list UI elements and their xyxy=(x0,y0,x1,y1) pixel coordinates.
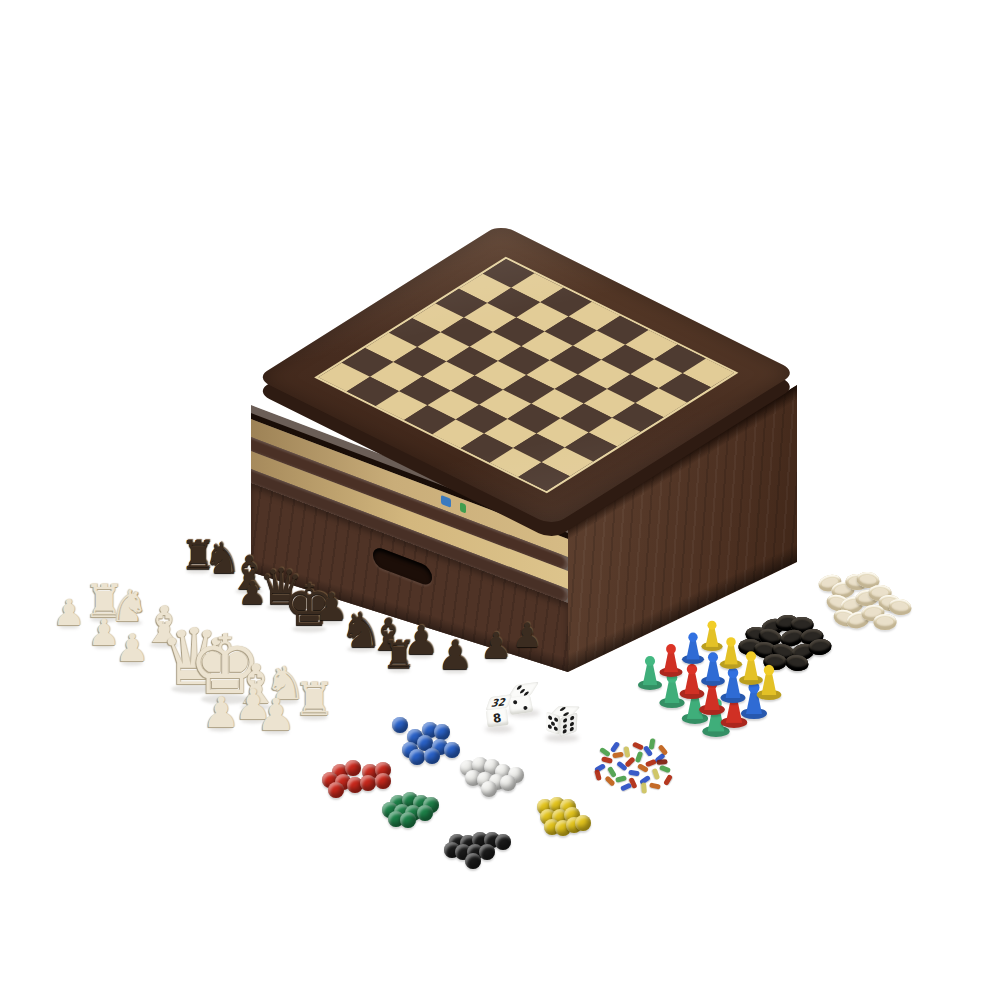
pawn-peg-green xyxy=(638,657,662,690)
marble-blue xyxy=(409,749,425,765)
marble-black xyxy=(479,844,495,860)
product-photo-scene: ♟♜♞♟♟♝♛♚♟♝♟♞♟♜♜♞♝♟♛♚♟♞♝♜♟♟♟♟328 xyxy=(0,0,1000,1000)
small-peg xyxy=(652,768,660,780)
die-pip xyxy=(548,715,552,720)
marble-white xyxy=(481,781,497,797)
small-peg xyxy=(635,751,643,763)
small-peg xyxy=(649,738,656,750)
peg-head xyxy=(688,633,697,642)
small-peg xyxy=(649,782,661,789)
peg-head xyxy=(687,664,697,674)
marble-white xyxy=(500,775,516,791)
peg-head xyxy=(764,665,774,675)
peg-head xyxy=(666,644,676,654)
die-pip xyxy=(551,721,555,726)
die-pip xyxy=(513,700,518,704)
die-right-face xyxy=(560,712,578,737)
small-peg xyxy=(610,741,620,753)
marble-yellow xyxy=(575,815,591,831)
peg-head xyxy=(645,656,655,666)
chess-piece-dark-pawn: ♟ xyxy=(512,618,542,652)
small-peg xyxy=(624,756,635,767)
marble-green xyxy=(417,805,433,821)
marble-black xyxy=(465,853,481,869)
die-pip xyxy=(554,717,558,722)
small-peg xyxy=(641,782,647,793)
small-peg xyxy=(632,741,644,750)
small-peg xyxy=(594,769,602,781)
game-pieces-layer: ♟♜♞♟♟♝♛♚♟♝♟♞♟♜♜♞♝♟♛♚♟♞♝♜♟♟♟♟328 xyxy=(0,0,1000,1000)
die-pip xyxy=(554,727,558,732)
doubling-cube-front-face: 8 xyxy=(486,708,509,727)
marble-blue xyxy=(444,742,460,758)
die-pip xyxy=(563,729,567,734)
chess-piece-white-pawn: ♟ xyxy=(53,595,85,631)
die-pip xyxy=(563,717,567,722)
marble-blue xyxy=(392,717,408,733)
chess-piece-dark-pawn: ♟ xyxy=(403,620,439,660)
doubling-cube: 328 xyxy=(484,695,514,730)
chess-piece-dark-pawn: ♟ xyxy=(437,635,473,675)
small-peg xyxy=(628,770,640,777)
pawn-peg-yellow xyxy=(757,666,782,700)
marble-blue xyxy=(434,724,450,740)
small-peg xyxy=(620,782,632,791)
die-pip xyxy=(570,715,574,720)
die-left-face xyxy=(546,711,561,734)
peg-head xyxy=(708,652,718,662)
chess-piece-dark-pawn: ♟ xyxy=(480,628,512,664)
checker-cream xyxy=(888,598,913,617)
peg-head xyxy=(728,667,739,678)
die-pip xyxy=(547,724,551,729)
die-pip xyxy=(570,727,574,732)
marble-red xyxy=(375,773,391,789)
marble-black xyxy=(495,834,511,850)
die-pip xyxy=(570,721,574,726)
die-2 xyxy=(543,705,580,740)
checker-cream xyxy=(874,614,897,630)
small-peg xyxy=(656,759,667,765)
small-peg xyxy=(612,752,624,759)
chess-piece-white-rook: ♜ xyxy=(293,676,334,722)
small-peg xyxy=(659,765,671,773)
marble-red xyxy=(360,775,376,791)
peg-head xyxy=(707,621,716,630)
marble-red xyxy=(328,782,344,798)
marble-green xyxy=(400,812,416,828)
die-pip xyxy=(563,723,567,728)
small-peg xyxy=(615,775,627,783)
peg-head xyxy=(726,637,735,646)
small-peg xyxy=(599,747,611,757)
small-peg xyxy=(624,746,631,758)
marble-red xyxy=(345,760,361,776)
die-pip xyxy=(523,706,528,710)
peg-head xyxy=(746,651,756,661)
chess-piece-white-pawn: ♟ xyxy=(256,693,295,737)
small-peg xyxy=(663,774,673,786)
marble-blue xyxy=(424,748,440,764)
die-pip xyxy=(558,707,566,711)
